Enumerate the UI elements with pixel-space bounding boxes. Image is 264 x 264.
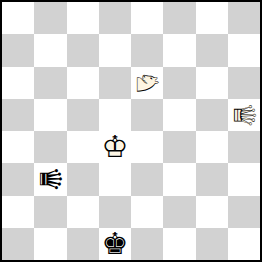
square-b4[interactable] — [34, 131, 66, 163]
square-b3[interactable]: ♛ — [34, 163, 66, 195]
square-d5[interactable] — [99, 99, 131, 131]
square-h8[interactable] — [228, 2, 260, 34]
square-b6[interactable] — [34, 67, 66, 99]
square-h7[interactable] — [228, 34, 260, 66]
square-c2[interactable] — [67, 196, 99, 228]
square-b2[interactable] — [34, 196, 66, 228]
square-f1[interactable] — [163, 228, 195, 260]
square-f8[interactable] — [163, 2, 195, 34]
square-g6[interactable] — [196, 67, 228, 99]
square-d1[interactable]: ♚ — [99, 228, 131, 260]
square-e2[interactable] — [131, 196, 163, 228]
square-c7[interactable] — [67, 34, 99, 66]
square-e8[interactable] — [131, 2, 163, 34]
square-h6[interactable] — [228, 67, 260, 99]
square-c1[interactable] — [67, 228, 99, 260]
square-a6[interactable] — [2, 67, 34, 99]
king-solid-glyph: ♚ — [99, 228, 131, 260]
square-f4[interactable] — [163, 131, 195, 163]
black-queen-rotated[interactable]: ♛ — [34, 163, 66, 195]
square-f3[interactable] — [163, 163, 195, 195]
square-a1[interactable] — [2, 228, 34, 260]
square-b7[interactable] — [34, 34, 66, 66]
queen-outline-glyph: ♕ — [228, 99, 260, 131]
square-g8[interactable] — [196, 2, 228, 34]
square-b1[interactable] — [34, 228, 66, 260]
square-d4[interactable]: ♚♔ — [99, 131, 131, 163]
square-c3[interactable] — [67, 163, 99, 195]
square-b8[interactable] — [34, 2, 66, 34]
square-e3[interactable] — [131, 163, 163, 195]
black-king[interactable]: ♚ — [99, 228, 131, 260]
square-e7[interactable] — [131, 34, 163, 66]
square-c8[interactable] — [67, 2, 99, 34]
square-e5[interactable] — [131, 99, 163, 131]
square-f6[interactable] — [163, 67, 195, 99]
square-a7[interactable] — [2, 34, 34, 66]
square-h4[interactable] — [228, 131, 260, 163]
square-h3[interactable] — [228, 163, 260, 195]
square-f2[interactable] — [163, 196, 195, 228]
square-g7[interactable] — [196, 34, 228, 66]
square-e6[interactable]: ♞♘ — [131, 67, 163, 99]
square-g5[interactable] — [196, 99, 228, 131]
square-a8[interactable] — [2, 2, 34, 34]
square-d2[interactable] — [99, 196, 131, 228]
square-d6[interactable] — [99, 67, 131, 99]
square-f5[interactable] — [163, 99, 195, 131]
square-g1[interactable] — [196, 228, 228, 260]
king-outline-glyph: ♔ — [99, 131, 131, 163]
square-a5[interactable] — [2, 99, 34, 131]
square-d3[interactable] — [99, 163, 131, 195]
white-knight-rotated[interactable]: ♞♘ — [131, 67, 163, 99]
square-d7[interactable] — [99, 34, 131, 66]
knight-outline-glyph: ♘ — [131, 67, 163, 99]
square-c5[interactable] — [67, 99, 99, 131]
square-h2[interactable] — [228, 196, 260, 228]
square-a2[interactable] — [2, 196, 34, 228]
queen-solid-glyph: ♛ — [34, 163, 66, 195]
white-king[interactable]: ♚♔ — [99, 131, 131, 163]
square-e1[interactable] — [131, 228, 163, 260]
square-g2[interactable] — [196, 196, 228, 228]
square-h1[interactable] — [228, 228, 260, 260]
square-g4[interactable] — [196, 131, 228, 163]
square-c4[interactable] — [67, 131, 99, 163]
square-a3[interactable] — [2, 163, 34, 195]
square-f7[interactable] — [163, 34, 195, 66]
square-b5[interactable] — [34, 99, 66, 131]
square-d8[interactable] — [99, 2, 131, 34]
square-c6[interactable] — [67, 67, 99, 99]
white-queen-rotated[interactable]: ♛♕ — [228, 99, 260, 131]
square-a4[interactable] — [2, 131, 34, 163]
square-g3[interactable] — [196, 163, 228, 195]
square-h5[interactable]: ♛♕ — [228, 99, 260, 131]
chess-diagram: ♞♘♛♕♚♔♛♚ — [0, 0, 264, 264]
chess-board: ♞♘♛♕♚♔♛♚ — [0, 0, 262, 262]
square-e4[interactable] — [131, 131, 163, 163]
